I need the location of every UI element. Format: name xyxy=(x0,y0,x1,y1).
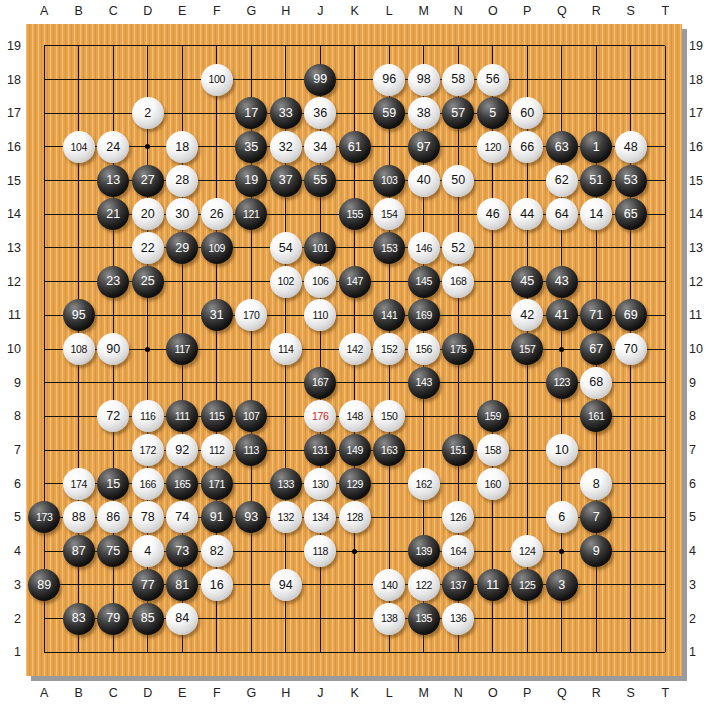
board-point-Q14[interactable]: 64 xyxy=(545,197,580,231)
board-point-L5[interactable] xyxy=(372,501,407,535)
board-point-Q15[interactable]: 62 xyxy=(545,164,580,198)
board-point-E7[interactable]: 92 xyxy=(165,433,200,467)
board-point-H10[interactable]: 114 xyxy=(269,332,304,366)
board-point-D13[interactable]: 22 xyxy=(131,231,166,265)
board-point-F14[interactable]: 26 xyxy=(200,197,235,231)
board-point-J14[interactable] xyxy=(303,197,338,231)
board-point-Q11[interactable]: 41 xyxy=(545,299,580,333)
board-point-R8[interactable]: 161 xyxy=(579,400,614,434)
board-point-Q18[interactable] xyxy=(545,63,580,97)
board-point-K4[interactable] xyxy=(338,534,373,568)
board-point-F1[interactable] xyxy=(200,635,235,669)
board-point-A9[interactable] xyxy=(27,366,62,400)
board-point-P18[interactable] xyxy=(510,63,545,97)
board-point-T10[interactable] xyxy=(648,332,683,366)
board-point-S5[interactable] xyxy=(614,501,649,535)
board-point-B18[interactable] xyxy=(62,63,97,97)
board-point-E14[interactable]: 30 xyxy=(165,197,200,231)
board-point-J16[interactable]: 34 xyxy=(303,130,338,164)
board-point-H6[interactable]: 133 xyxy=(269,467,304,501)
board-point-F8[interactable]: 115 xyxy=(200,400,235,434)
board-point-G19[interactable] xyxy=(234,29,269,63)
board-point-F13[interactable]: 109 xyxy=(200,231,235,265)
board-point-B5[interactable]: 88 xyxy=(62,501,97,535)
board-point-O1[interactable] xyxy=(476,635,511,669)
board-point-C15[interactable]: 13 xyxy=(96,164,131,198)
board-point-P13[interactable] xyxy=(510,231,545,265)
board-point-B15[interactable] xyxy=(62,164,97,198)
board-point-Q17[interactable] xyxy=(545,96,580,130)
board-point-C13[interactable] xyxy=(96,231,131,265)
board-point-J8[interactable]: 176 xyxy=(303,400,338,434)
board-point-L14[interactable]: 154 xyxy=(372,197,407,231)
board-point-T17[interactable] xyxy=(648,96,683,130)
board-point-O16[interactable]: 120 xyxy=(476,130,511,164)
board-point-Q3[interactable]: 3 xyxy=(545,568,580,602)
board-point-M5[interactable] xyxy=(407,501,442,535)
board-point-O10[interactable] xyxy=(476,332,511,366)
board-point-R5[interactable]: 7 xyxy=(579,501,614,535)
board-point-F16[interactable] xyxy=(200,130,235,164)
board-point-G1[interactable] xyxy=(234,635,269,669)
board-point-D8[interactable]: 116 xyxy=(131,400,166,434)
board-point-R1[interactable] xyxy=(579,635,614,669)
board-point-R7[interactable] xyxy=(579,433,614,467)
board-point-F2[interactable] xyxy=(200,602,235,636)
board-point-P11[interactable]: 42 xyxy=(510,299,545,333)
board-point-G6[interactable] xyxy=(234,467,269,501)
board-point-S14[interactable]: 65 xyxy=(614,197,649,231)
board-point-R12[interactable] xyxy=(579,265,614,299)
board-point-P17[interactable]: 60 xyxy=(510,96,545,130)
board-point-N17[interactable]: 57 xyxy=(441,96,476,130)
board-point-J3[interactable] xyxy=(303,568,338,602)
board-point-D9[interactable] xyxy=(131,366,166,400)
board-point-T19[interactable] xyxy=(648,29,683,63)
board-point-M18[interactable]: 98 xyxy=(407,63,442,97)
board-point-D18[interactable] xyxy=(131,63,166,97)
board-point-B6[interactable]: 174 xyxy=(62,467,97,501)
board-point-J11[interactable]: 110 xyxy=(303,299,338,333)
board-point-C19[interactable] xyxy=(96,29,131,63)
board-point-M7[interactable] xyxy=(407,433,442,467)
board-point-O5[interactable] xyxy=(476,501,511,535)
board-point-F17[interactable] xyxy=(200,96,235,130)
board-point-O14[interactable]: 46 xyxy=(476,197,511,231)
board-point-B9[interactable] xyxy=(62,366,97,400)
board-point-A19[interactable] xyxy=(27,29,62,63)
board-point-R9[interactable]: 68 xyxy=(579,366,614,400)
board-point-O3[interactable]: 11 xyxy=(476,568,511,602)
board-point-K17[interactable] xyxy=(338,96,373,130)
board-point-H5[interactable]: 132 xyxy=(269,501,304,535)
board-point-L9[interactable] xyxy=(372,366,407,400)
board-point-M14[interactable] xyxy=(407,197,442,231)
board-point-R17[interactable] xyxy=(579,96,614,130)
board-point-L2[interactable]: 138 xyxy=(372,602,407,636)
board-point-E1[interactable] xyxy=(165,635,200,669)
board-point-N4[interactable]: 164 xyxy=(441,534,476,568)
board-point-N15[interactable]: 50 xyxy=(441,164,476,198)
board-point-K18[interactable] xyxy=(338,63,373,97)
board-point-H17[interactable]: 33 xyxy=(269,96,304,130)
board-point-J6[interactable]: 130 xyxy=(303,467,338,501)
board-point-O19[interactable] xyxy=(476,29,511,63)
board-point-J4[interactable]: 118 xyxy=(303,534,338,568)
board-point-M8[interactable] xyxy=(407,400,442,434)
board-point-K10[interactable]: 142 xyxy=(338,332,373,366)
board-point-D10[interactable] xyxy=(131,332,166,366)
board-point-E2[interactable]: 84 xyxy=(165,602,200,636)
board-point-H4[interactable] xyxy=(269,534,304,568)
board-point-C7[interactable] xyxy=(96,433,131,467)
board-point-T7[interactable] xyxy=(648,433,683,467)
board-point-J12[interactable]: 106 xyxy=(303,265,338,299)
board-point-N10[interactable]: 175 xyxy=(441,332,476,366)
board-point-A1[interactable] xyxy=(27,635,62,669)
board-point-A3[interactable]: 89 xyxy=(27,568,62,602)
board-point-S19[interactable] xyxy=(614,29,649,63)
board-point-C12[interactable]: 23 xyxy=(96,265,131,299)
board-point-A12[interactable] xyxy=(27,265,62,299)
board-point-L11[interactable]: 141 xyxy=(372,299,407,333)
board-point-D17[interactable]: 2 xyxy=(131,96,166,130)
board-point-P1[interactable] xyxy=(510,635,545,669)
board-point-N18[interactable]: 58 xyxy=(441,63,476,97)
board-point-J19[interactable] xyxy=(303,29,338,63)
board-point-K1[interactable] xyxy=(338,635,373,669)
board-point-T9[interactable] xyxy=(648,366,683,400)
board-point-J9[interactable]: 167 xyxy=(303,366,338,400)
board-point-Q16[interactable]: 63 xyxy=(545,130,580,164)
board-point-E19[interactable] xyxy=(165,29,200,63)
board-point-C5[interactable]: 86 xyxy=(96,501,131,535)
board-point-M9[interactable]: 143 xyxy=(407,366,442,400)
board-point-K16[interactable]: 61 xyxy=(338,130,373,164)
board-point-M10[interactable]: 156 xyxy=(407,332,442,366)
board-point-P8[interactable] xyxy=(510,400,545,434)
board-point-D12[interactable]: 25 xyxy=(131,265,166,299)
board-point-L6[interactable] xyxy=(372,467,407,501)
board-point-G8[interactable]: 107 xyxy=(234,400,269,434)
board-point-H3[interactable]: 94 xyxy=(269,568,304,602)
board-point-F6[interactable]: 171 xyxy=(200,467,235,501)
board-point-O7[interactable]: 158 xyxy=(476,433,511,467)
board-point-S3[interactable] xyxy=(614,568,649,602)
board-point-N2[interactable]: 136 xyxy=(441,602,476,636)
board-point-D4[interactable]: 4 xyxy=(131,534,166,568)
board-point-E18[interactable] xyxy=(165,63,200,97)
board-point-Q8[interactable] xyxy=(545,400,580,434)
board-point-N16[interactable] xyxy=(441,130,476,164)
board-point-T11[interactable] xyxy=(648,299,683,333)
board-point-J1[interactable] xyxy=(303,635,338,669)
board-point-K9[interactable] xyxy=(338,366,373,400)
board-point-S7[interactable] xyxy=(614,433,649,467)
board-point-E6[interactable]: 165 xyxy=(165,467,200,501)
board-point-G12[interactable] xyxy=(234,265,269,299)
board-point-M17[interactable]: 38 xyxy=(407,96,442,130)
board-point-Q7[interactable]: 10 xyxy=(545,433,580,467)
board-point-S10[interactable]: 70 xyxy=(614,332,649,366)
board-point-B19[interactable] xyxy=(62,29,97,63)
board-point-F11[interactable]: 31 xyxy=(200,299,235,333)
board-point-R3[interactable] xyxy=(579,568,614,602)
board-point-A17[interactable] xyxy=(27,96,62,130)
board-point-F10[interactable] xyxy=(200,332,235,366)
board-point-M15[interactable]: 40 xyxy=(407,164,442,198)
board-point-T14[interactable] xyxy=(648,197,683,231)
board-point-D16[interactable] xyxy=(131,130,166,164)
board-point-J17[interactable]: 36 xyxy=(303,96,338,130)
board-point-E16[interactable]: 18 xyxy=(165,130,200,164)
board-point-S1[interactable] xyxy=(614,635,649,669)
board-point-S13[interactable] xyxy=(614,231,649,265)
board-point-P12[interactable]: 45 xyxy=(510,265,545,299)
board-point-L7[interactable]: 163 xyxy=(372,433,407,467)
board-point-E5[interactable]: 74 xyxy=(165,501,200,535)
board-point-O13[interactable] xyxy=(476,231,511,265)
board-point-Q1[interactable] xyxy=(545,635,580,669)
board-point-O18[interactable]: 56 xyxy=(476,63,511,97)
board-point-N14[interactable] xyxy=(441,197,476,231)
board-point-K12[interactable]: 147 xyxy=(338,265,373,299)
board-point-O2[interactable] xyxy=(476,602,511,636)
board-point-Q6[interactable] xyxy=(545,467,580,501)
board-point-J7[interactable]: 131 xyxy=(303,433,338,467)
board-point-S6[interactable] xyxy=(614,467,649,501)
board-point-E13[interactable]: 29 xyxy=(165,231,200,265)
board-point-B12[interactable] xyxy=(62,265,97,299)
board-point-K5[interactable]: 128 xyxy=(338,501,373,535)
board-point-G10[interactable] xyxy=(234,332,269,366)
board-point-G16[interactable]: 35 xyxy=(234,130,269,164)
board-point-J18[interactable]: 99 xyxy=(303,63,338,97)
board-point-R2[interactable] xyxy=(579,602,614,636)
board-point-N3[interactable]: 137 xyxy=(441,568,476,602)
board-point-L10[interactable]: 152 xyxy=(372,332,407,366)
board-point-E8[interactable]: 111 xyxy=(165,400,200,434)
board-point-E12[interactable] xyxy=(165,265,200,299)
board-point-S18[interactable] xyxy=(614,63,649,97)
board-point-D19[interactable] xyxy=(131,29,166,63)
board-point-T1[interactable] xyxy=(648,635,683,669)
board-point-T8[interactable] xyxy=(648,400,683,434)
board-point-N19[interactable] xyxy=(441,29,476,63)
board-point-B8[interactable] xyxy=(62,400,97,434)
board-point-N7[interactable]: 151 xyxy=(441,433,476,467)
board-point-N13[interactable]: 52 xyxy=(441,231,476,265)
board-point-A8[interactable] xyxy=(27,400,62,434)
board-point-D1[interactable] xyxy=(131,635,166,669)
board-point-N8[interactable] xyxy=(441,400,476,434)
board-point-L8[interactable]: 150 xyxy=(372,400,407,434)
board-point-O17[interactable]: 5 xyxy=(476,96,511,130)
board-point-K8[interactable]: 148 xyxy=(338,400,373,434)
board-point-H19[interactable] xyxy=(269,29,304,63)
board-point-D2[interactable]: 85 xyxy=(131,602,166,636)
board-point-T13[interactable] xyxy=(648,231,683,265)
board-point-C3[interactable] xyxy=(96,568,131,602)
board-point-Q10[interactable] xyxy=(545,332,580,366)
board-point-K7[interactable]: 149 xyxy=(338,433,373,467)
board-point-H1[interactable] xyxy=(269,635,304,669)
board-point-F7[interactable]: 112 xyxy=(200,433,235,467)
board-point-Q9[interactable]: 123 xyxy=(545,366,580,400)
board-point-K6[interactable]: 129 xyxy=(338,467,373,501)
board-point-C16[interactable]: 24 xyxy=(96,130,131,164)
board-point-P7[interactable] xyxy=(510,433,545,467)
board-point-R18[interactable] xyxy=(579,63,614,97)
board-point-J13[interactable]: 101 xyxy=(303,231,338,265)
board-point-H18[interactable] xyxy=(269,63,304,97)
board-point-C4[interactable]: 75 xyxy=(96,534,131,568)
board-point-M2[interactable]: 135 xyxy=(407,602,442,636)
board-point-R11[interactable]: 71 xyxy=(579,299,614,333)
board-point-N9[interactable] xyxy=(441,366,476,400)
board-point-F5[interactable]: 91 xyxy=(200,501,235,535)
board-point-H13[interactable]: 54 xyxy=(269,231,304,265)
board-point-O15[interactable] xyxy=(476,164,511,198)
board-point-K11[interactable] xyxy=(338,299,373,333)
board-point-L16[interactable] xyxy=(372,130,407,164)
board-point-F18[interactable]: 100 xyxy=(200,63,235,97)
board-point-O4[interactable] xyxy=(476,534,511,568)
board-point-H16[interactable]: 32 xyxy=(269,130,304,164)
board-point-H15[interactable]: 37 xyxy=(269,164,304,198)
board-point-F12[interactable] xyxy=(200,265,235,299)
board-point-H11[interactable] xyxy=(269,299,304,333)
board-point-S9[interactable] xyxy=(614,366,649,400)
board-point-A7[interactable] xyxy=(27,433,62,467)
board-point-L17[interactable]: 59 xyxy=(372,96,407,130)
board-point-Q2[interactable] xyxy=(545,602,580,636)
board-point-D6[interactable]: 166 xyxy=(131,467,166,501)
board-point-S4[interactable] xyxy=(614,534,649,568)
board-point-H12[interactable]: 102 xyxy=(269,265,304,299)
board-point-D7[interactable]: 172 xyxy=(131,433,166,467)
board-point-C9[interactable] xyxy=(96,366,131,400)
board-point-S17[interactable] xyxy=(614,96,649,130)
board-point-M12[interactable]: 145 xyxy=(407,265,442,299)
board-point-G15[interactable]: 19 xyxy=(234,164,269,198)
board-point-G7[interactable]: 113 xyxy=(234,433,269,467)
board-point-J2[interactable] xyxy=(303,602,338,636)
board-point-C6[interactable]: 15 xyxy=(96,467,131,501)
board-point-M4[interactable]: 139 xyxy=(407,534,442,568)
board-point-O8[interactable]: 159 xyxy=(476,400,511,434)
board-point-R14[interactable]: 14 xyxy=(579,197,614,231)
board-point-O9[interactable] xyxy=(476,366,511,400)
board-point-G9[interactable] xyxy=(234,366,269,400)
board-point-H9[interactable] xyxy=(269,366,304,400)
board-point-C14[interactable]: 21 xyxy=(96,197,131,231)
board-point-P19[interactable] xyxy=(510,29,545,63)
board-point-T6[interactable] xyxy=(648,467,683,501)
board-point-K13[interactable] xyxy=(338,231,373,265)
board-point-F19[interactable] xyxy=(200,29,235,63)
board-point-K14[interactable]: 155 xyxy=(338,197,373,231)
board-point-H7[interactable] xyxy=(269,433,304,467)
board-point-R13[interactable] xyxy=(579,231,614,265)
board-point-K15[interactable] xyxy=(338,164,373,198)
board-point-Q13[interactable] xyxy=(545,231,580,265)
board-point-R16[interactable]: 1 xyxy=(579,130,614,164)
board-point-L1[interactable] xyxy=(372,635,407,669)
board-point-A2[interactable] xyxy=(27,602,62,636)
board-point-B2[interactable]: 83 xyxy=(62,602,97,636)
board-point-E10[interactable]: 117 xyxy=(165,332,200,366)
board-point-M3[interactable]: 122 xyxy=(407,568,442,602)
board-point-B16[interactable]: 104 xyxy=(62,130,97,164)
board-point-L15[interactable]: 103 xyxy=(372,164,407,198)
board-point-M1[interactable] xyxy=(407,635,442,669)
board-point-H2[interactable] xyxy=(269,602,304,636)
board-point-C10[interactable]: 90 xyxy=(96,332,131,366)
board-point-A5[interactable]: 173 xyxy=(27,501,62,535)
board-point-L19[interactable] xyxy=(372,29,407,63)
board-point-R15[interactable]: 51 xyxy=(579,164,614,198)
board-point-P4[interactable]: 124 xyxy=(510,534,545,568)
board-point-Q4[interactable] xyxy=(545,534,580,568)
board-point-S15[interactable]: 53 xyxy=(614,164,649,198)
board-point-H14[interactable] xyxy=(269,197,304,231)
board-point-Q5[interactable]: 6 xyxy=(545,501,580,535)
board-point-D11[interactable] xyxy=(131,299,166,333)
board-point-P6[interactable] xyxy=(510,467,545,501)
board-point-P3[interactable]: 125 xyxy=(510,568,545,602)
board-point-S11[interactable]: 69 xyxy=(614,299,649,333)
board-point-K19[interactable] xyxy=(338,29,373,63)
board-point-J5[interactable]: 134 xyxy=(303,501,338,535)
board-point-F4[interactable]: 82 xyxy=(200,534,235,568)
board-point-P16[interactable]: 66 xyxy=(510,130,545,164)
board-point-C8[interactable]: 72 xyxy=(96,400,131,434)
board-point-C17[interactable] xyxy=(96,96,131,130)
board-point-F9[interactable] xyxy=(200,366,235,400)
board-point-G13[interactable] xyxy=(234,231,269,265)
board-point-T5[interactable] xyxy=(648,501,683,535)
board-point-M19[interactable] xyxy=(407,29,442,63)
board-point-G5[interactable]: 93 xyxy=(234,501,269,535)
board-point-L3[interactable]: 140 xyxy=(372,568,407,602)
board-point-T4[interactable] xyxy=(648,534,683,568)
board-point-C2[interactable]: 79 xyxy=(96,602,131,636)
board-point-A10[interactable] xyxy=(27,332,62,366)
board-point-D15[interactable]: 27 xyxy=(131,164,166,198)
board-point-K3[interactable] xyxy=(338,568,373,602)
board-point-A13[interactable] xyxy=(27,231,62,265)
board-point-D3[interactable]: 77 xyxy=(131,568,166,602)
board-point-A15[interactable] xyxy=(27,164,62,198)
board-point-S12[interactable] xyxy=(614,265,649,299)
board-point-B11[interactable]: 95 xyxy=(62,299,97,333)
board-point-L4[interactable] xyxy=(372,534,407,568)
board-point-K2[interactable] xyxy=(338,602,373,636)
board-point-O12[interactable] xyxy=(476,265,511,299)
board-point-F3[interactable]: 16 xyxy=(200,568,235,602)
board-point-P9[interactable] xyxy=(510,366,545,400)
board-point-D5[interactable]: 78 xyxy=(131,501,166,535)
board-point-N11[interactable] xyxy=(441,299,476,333)
board-point-D14[interactable]: 20 xyxy=(131,197,166,231)
board-point-N1[interactable] xyxy=(441,635,476,669)
board-point-C11[interactable] xyxy=(96,299,131,333)
board-point-B7[interactable] xyxy=(62,433,97,467)
board-point-S8[interactable] xyxy=(614,400,649,434)
board-point-T3[interactable] xyxy=(648,568,683,602)
board-point-G11[interactable]: 170 xyxy=(234,299,269,333)
